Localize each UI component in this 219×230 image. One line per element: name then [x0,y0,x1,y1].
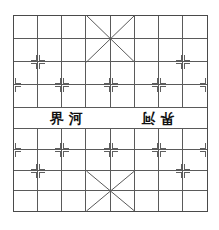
board-cell [135,39,159,62]
point-marker [200,143,214,157]
point-marker [55,78,69,92]
board-cell [159,16,183,39]
point-marker [200,78,214,92]
point-marker [31,55,45,69]
board-cell [183,191,207,211]
river-label-left: 界河 [50,110,88,127]
board-cell [135,171,159,191]
board-cell [14,191,38,211]
river-label-right: 界河 [136,110,174,127]
board-cell [111,39,135,62]
screenshot: 界河 界河 [0,0,219,230]
board-cell [38,16,62,39]
board-cell [86,191,110,211]
point-marker [31,164,45,178]
point-marker [104,143,118,157]
board-cell [111,108,135,129]
board-cell [159,191,183,211]
xiangqi-board[interactable]: 界河 界河 [0,0,219,230]
board-cell [111,191,135,211]
board-cell [135,191,159,211]
point-marker [152,143,166,157]
board-cell [86,16,110,39]
point-marker [176,164,190,178]
point-marker [104,78,118,92]
board-cell [111,16,135,39]
board-grid [13,15,208,212]
board-cell [135,16,159,39]
point-marker [7,143,21,157]
board-cell [183,108,207,129]
point-marker [55,143,69,157]
point-marker [152,78,166,92]
point-marker [7,78,21,92]
board-cell [86,108,110,129]
board-cell [62,171,86,191]
board-cell [86,39,110,62]
board-cell [62,16,86,39]
board-cell [38,191,62,211]
board-cell [86,171,110,191]
board-cell [14,16,38,39]
board-cell [111,171,135,191]
point-marker [176,55,190,69]
board-cell [62,39,86,62]
board-cell [183,16,207,39]
board-cell [14,108,38,129]
board-cell [62,191,86,211]
